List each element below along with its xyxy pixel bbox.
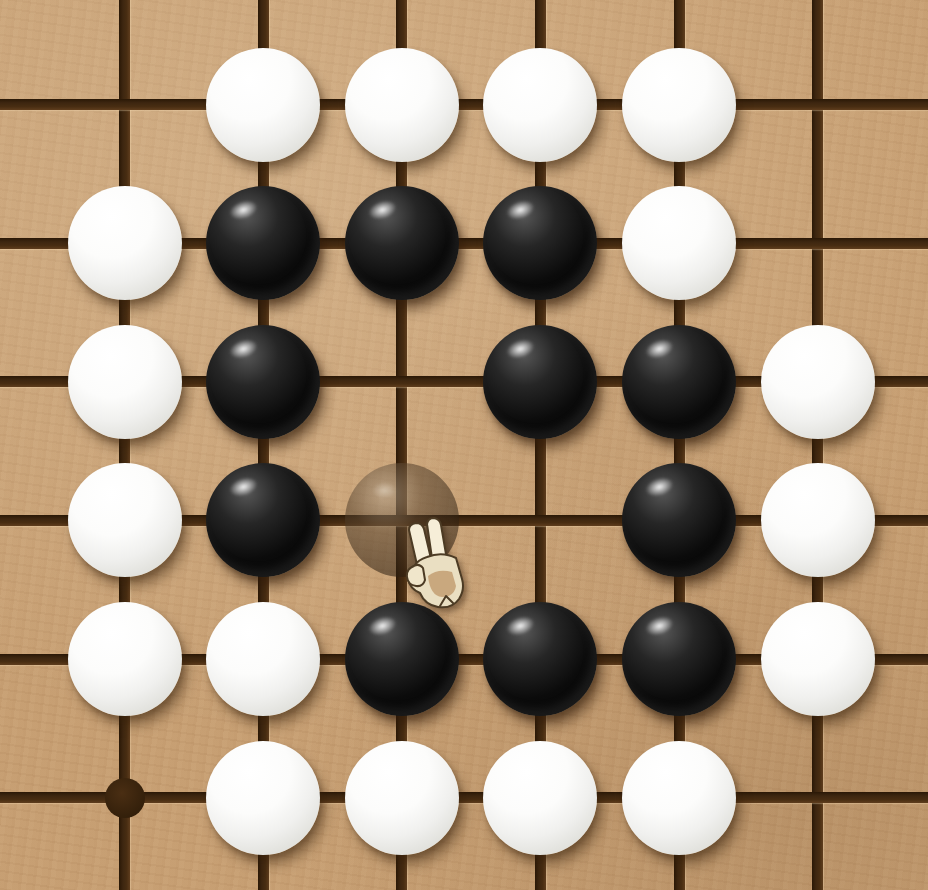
- white-stone: [761, 602, 875, 716]
- black-stone: [206, 186, 320, 300]
- black-stone: [206, 325, 320, 439]
- black-stone: [483, 186, 597, 300]
- white-stone: [68, 463, 182, 577]
- white-stone: [622, 186, 736, 300]
- white-stone: [68, 602, 182, 716]
- black-stone: [622, 325, 736, 439]
- white-stone: [622, 48, 736, 162]
- white-stone: [206, 48, 320, 162]
- black-stone: [622, 602, 736, 716]
- grid-line-vertical: [119, 0, 130, 890]
- black-stone: [206, 463, 320, 577]
- two-finger-hand-cursor: [402, 516, 470, 612]
- white-stone: [206, 741, 320, 855]
- white-stone: [483, 48, 597, 162]
- white-stone: [206, 602, 320, 716]
- white-stone: [761, 325, 875, 439]
- grid-line-horizontal: [0, 99, 928, 110]
- white-stone: [345, 48, 459, 162]
- white-stone: [483, 741, 597, 855]
- black-stone: [622, 463, 736, 577]
- white-stone: [68, 186, 182, 300]
- black-stone: [483, 325, 597, 439]
- black-stone: [483, 602, 597, 716]
- grid-line-vertical: [812, 0, 823, 890]
- star-point-hoshi: [105, 778, 145, 818]
- go-board[interactable]: [0, 0, 928, 890]
- white-stone: [345, 741, 459, 855]
- black-stone: [345, 602, 459, 716]
- black-stone: [345, 186, 459, 300]
- white-stone: [622, 741, 736, 855]
- white-stone: [761, 463, 875, 577]
- white-stone: [68, 325, 182, 439]
